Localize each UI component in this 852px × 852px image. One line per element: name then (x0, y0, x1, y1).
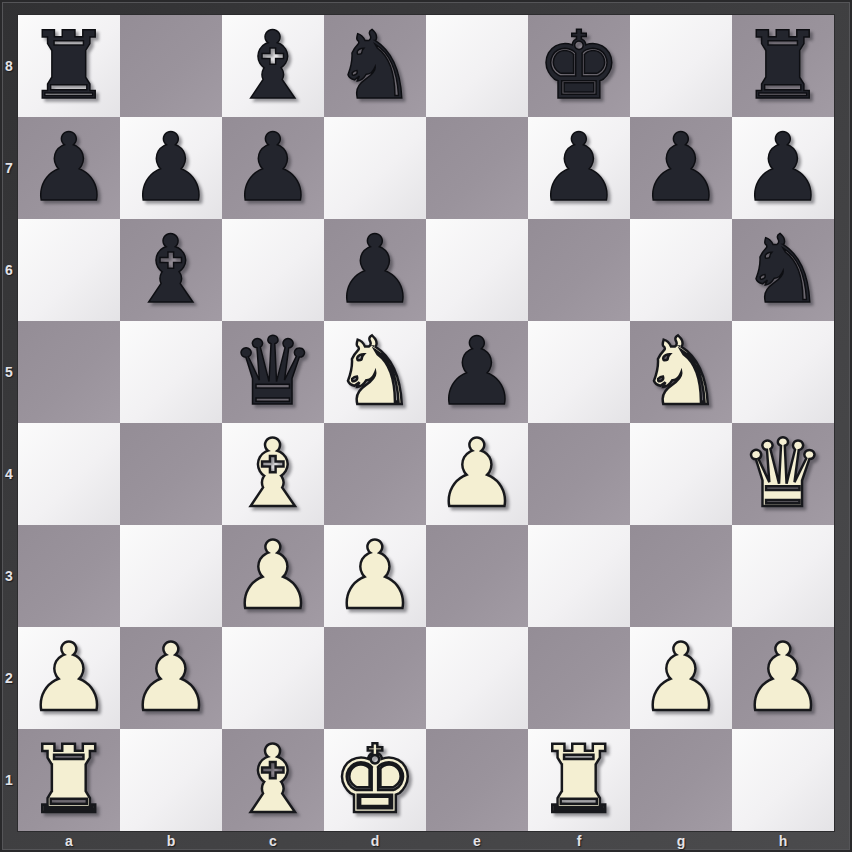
square-f3[interactable] (528, 525, 630, 627)
square-d8[interactable]: ♞ (324, 15, 426, 117)
black-pawn-piece[interactable]: ♟ (333, 219, 417, 321)
black-bishop-piece[interactable]: ♝ (231, 15, 315, 117)
square-a6[interactable] (18, 219, 120, 321)
square-b3[interactable] (120, 525, 222, 627)
square-a7[interactable]: ♟ (18, 117, 120, 219)
white-pawn-piece[interactable]: ♟ (231, 525, 315, 627)
square-f5[interactable] (528, 321, 630, 423)
white-queen-piece[interactable]: ♛ (741, 423, 825, 525)
white-king-piece[interactable]: ♚ (333, 729, 417, 831)
square-e8[interactable] (426, 15, 528, 117)
rank-label-2: 2 (0, 627, 18, 729)
rank-label-5: 5 (0, 321, 18, 423)
black-knight-piece[interactable]: ♞ (333, 15, 417, 117)
black-bishop-piece[interactable]: ♝ (129, 219, 213, 321)
square-d4[interactable] (324, 423, 426, 525)
square-e2[interactable] (426, 627, 528, 729)
square-h4[interactable]: ♛ (732, 423, 834, 525)
white-rook-piece[interactable]: ♜ (27, 729, 111, 831)
square-e1[interactable] (426, 729, 528, 831)
black-pawn-piece[interactable]: ♟ (129, 117, 213, 219)
white-pawn-piece[interactable]: ♟ (741, 627, 825, 729)
square-h1[interactable] (732, 729, 834, 831)
file-label-d: d (324, 831, 426, 852)
square-b6[interactable]: ♝ (120, 219, 222, 321)
black-pawn-piece[interactable]: ♟ (537, 117, 621, 219)
black-rook-piece[interactable]: ♜ (27, 15, 111, 117)
file-label-c: c (222, 831, 324, 852)
square-d6[interactable]: ♟ (324, 219, 426, 321)
square-b7[interactable]: ♟ (120, 117, 222, 219)
square-c3[interactable]: ♟ (222, 525, 324, 627)
square-f1[interactable]: ♜ (528, 729, 630, 831)
rank-label-8: 8 (0, 15, 18, 117)
square-d5[interactable]: ♞ (324, 321, 426, 423)
square-h2[interactable]: ♟ (732, 627, 834, 729)
white-pawn-piece[interactable]: ♟ (639, 627, 723, 729)
square-e7[interactable] (426, 117, 528, 219)
square-b2[interactable]: ♟ (120, 627, 222, 729)
square-c4[interactable]: ♝ (222, 423, 324, 525)
square-a4[interactable] (18, 423, 120, 525)
file-label-g: g (630, 831, 732, 852)
file-label-a: a (18, 831, 120, 852)
white-knight-piece[interactable]: ♞ (639, 321, 723, 423)
square-a3[interactable] (18, 525, 120, 627)
file-label-h: h (732, 831, 834, 852)
rank-label-7: 7 (0, 117, 18, 219)
file-label-e: e (426, 831, 528, 852)
white-pawn-piece[interactable]: ♟ (333, 525, 417, 627)
square-g3[interactable] (630, 525, 732, 627)
black-rook-piece[interactable]: ♜ (741, 15, 825, 117)
square-c1[interactable]: ♝ (222, 729, 324, 831)
square-g8[interactable] (630, 15, 732, 117)
white-pawn-piece[interactable]: ♟ (27, 627, 111, 729)
white-pawn-piece[interactable]: ♟ (129, 627, 213, 729)
black-pawn-piece[interactable]: ♟ (639, 117, 723, 219)
square-f7[interactable]: ♟ (528, 117, 630, 219)
chess-board-frame: ♜♝♞♚♜♟♟♟♟♟♟♝♟♞♛♞♟♞♝♟♛♟♟♟♟♟♟♜♝♚♜ 87654321… (0, 0, 852, 852)
square-d3[interactable]: ♟ (324, 525, 426, 627)
black-pawn-piece[interactable]: ♟ (231, 117, 315, 219)
square-d1[interactable]: ♚ (324, 729, 426, 831)
square-h6[interactable]: ♞ (732, 219, 834, 321)
rank-label-1: 1 (0, 729, 18, 831)
square-c2[interactable] (222, 627, 324, 729)
rank-label-4: 4 (0, 423, 18, 525)
square-c8[interactable]: ♝ (222, 15, 324, 117)
square-d2[interactable] (324, 627, 426, 729)
square-a1[interactable]: ♜ (18, 729, 120, 831)
square-d7[interactable] (324, 117, 426, 219)
square-b5[interactable] (120, 321, 222, 423)
chess-board: ♜♝♞♚♜♟♟♟♟♟♟♝♟♞♛♞♟♞♝♟♛♟♟♟♟♟♟♜♝♚♜ (18, 15, 834, 831)
white-bishop-piece[interactable]: ♝ (231, 423, 315, 525)
square-c6[interactable] (222, 219, 324, 321)
square-c5[interactable]: ♛ (222, 321, 324, 423)
square-g5[interactable]: ♞ (630, 321, 732, 423)
square-f2[interactable] (528, 627, 630, 729)
square-b8[interactable] (120, 15, 222, 117)
white-rook-piece[interactable]: ♜ (537, 729, 621, 831)
rank-label-6: 6 (0, 219, 18, 321)
square-g6[interactable] (630, 219, 732, 321)
square-h8[interactable]: ♜ (732, 15, 834, 117)
white-knight-piece[interactable]: ♞ (333, 321, 417, 423)
square-f8[interactable]: ♚ (528, 15, 630, 117)
square-a2[interactable]: ♟ (18, 627, 120, 729)
square-h5[interactable] (732, 321, 834, 423)
square-b4[interactable] (120, 423, 222, 525)
black-knight-piece[interactable]: ♞ (741, 219, 825, 321)
square-a8[interactable]: ♜ (18, 15, 120, 117)
square-g4[interactable] (630, 423, 732, 525)
square-e5[interactable]: ♟ (426, 321, 528, 423)
square-f4[interactable] (528, 423, 630, 525)
square-a5[interactable] (18, 321, 120, 423)
square-f6[interactable] (528, 219, 630, 321)
square-e4[interactable]: ♟ (426, 423, 528, 525)
square-e3[interactable] (426, 525, 528, 627)
white-bishop-piece[interactable]: ♝ (231, 729, 315, 831)
square-h7[interactable]: ♟ (732, 117, 834, 219)
black-pawn-piece[interactable]: ♟ (435, 321, 519, 423)
white-pawn-piece[interactable]: ♟ (435, 423, 519, 525)
square-g7[interactable]: ♟ (630, 117, 732, 219)
black-queen-piece[interactable]: ♛ (231, 321, 315, 423)
black-king-piece[interactable]: ♚ (537, 15, 621, 117)
square-b1[interactable] (120, 729, 222, 831)
black-pawn-piece[interactable]: ♟ (741, 117, 825, 219)
square-e6[interactable] (426, 219, 528, 321)
file-label-f: f (528, 831, 630, 852)
file-label-b: b (120, 831, 222, 852)
black-pawn-piece[interactable]: ♟ (27, 117, 111, 219)
square-g2[interactable]: ♟ (630, 627, 732, 729)
square-g1[interactable] (630, 729, 732, 831)
square-h3[interactable] (732, 525, 834, 627)
square-c7[interactable]: ♟ (222, 117, 324, 219)
rank-label-3: 3 (0, 525, 18, 627)
